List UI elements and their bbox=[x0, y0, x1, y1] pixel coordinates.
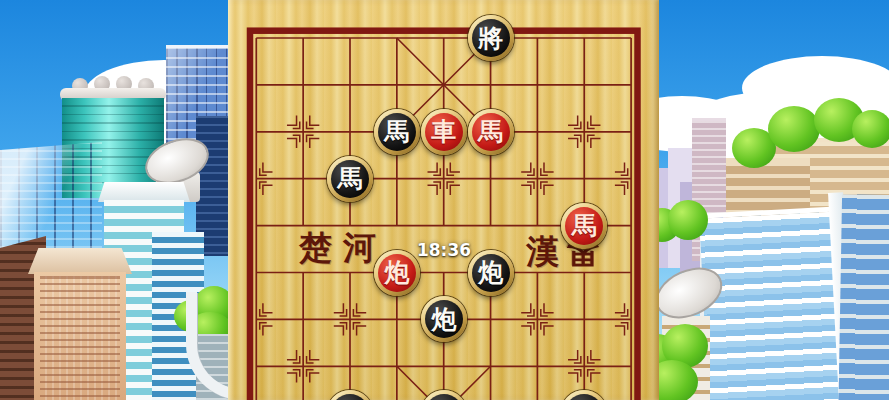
red-horse-piece[interactable]: 馬 bbox=[561, 203, 607, 249]
black-horse-piece[interactable]: 馬 bbox=[374, 109, 420, 155]
river-char: 漢 bbox=[526, 235, 559, 268]
red-horse-piece[interactable]: 馬 bbox=[468, 109, 514, 155]
piece-glyph: 車 bbox=[425, 113, 463, 151]
piece-glyph: 馬 bbox=[331, 160, 369, 198]
piece-glyph: 炮 bbox=[378, 254, 416, 292]
piece-glyph: 馬 bbox=[378, 113, 416, 151]
game-scene: 楚 河 漢 界 18:36 將馬車馬馬馬炮炮炮 bbox=[0, 0, 889, 400]
piece-glyph bbox=[331, 394, 369, 400]
red-cannon-piece[interactable]: 炮 bbox=[374, 250, 420, 296]
black-horse-piece[interactable]: 馬 bbox=[327, 156, 373, 202]
piece-glyph: 炮 bbox=[472, 254, 510, 292]
piece-glyph bbox=[565, 394, 603, 400]
piece-glyph: 將 bbox=[472, 19, 510, 57]
river-char: 河 bbox=[343, 231, 376, 264]
black-cannon-piece[interactable]: 炮 bbox=[468, 250, 514, 296]
black-general-piece[interactable]: 將 bbox=[468, 15, 514, 61]
piece-glyph: 馬 bbox=[565, 207, 603, 245]
piece-glyph bbox=[425, 394, 463, 400]
river-char: 楚 bbox=[299, 231, 332, 264]
piece-glyph: 炮 bbox=[425, 300, 463, 338]
black-cannon-piece[interactable]: 炮 bbox=[421, 296, 467, 342]
red-chariot-piece[interactable]: 車 bbox=[421, 109, 467, 155]
river-label-left: 楚 河 bbox=[299, 231, 376, 264]
piece-glyph: 馬 bbox=[472, 113, 510, 151]
